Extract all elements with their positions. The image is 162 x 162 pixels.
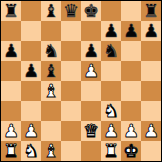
piece-white-pawn[interactable]: ♟: [103, 121, 119, 141]
piece-black-bishop[interactable]: ♝: [43, 1, 59, 21]
square-b3[interactable]: [21, 101, 41, 121]
square-e2[interactable]: ♛: [81, 121, 101, 141]
square-d4[interactable]: [61, 81, 81, 101]
square-g4[interactable]: [121, 81, 141, 101]
piece-white-king[interactable]: ♚: [123, 141, 139, 161]
square-e1[interactable]: [81, 141, 101, 161]
square-g5[interactable]: [121, 61, 141, 81]
square-h6[interactable]: [141, 41, 161, 61]
square-c8[interactable]: ♝: [41, 1, 61, 21]
square-f7[interactable]: ♟: [101, 21, 121, 41]
piece-white-rook[interactable]: ♜: [103, 141, 119, 161]
piece-black-rook[interactable]: ♜: [3, 1, 19, 21]
piece-white-pawn[interactable]: ♟: [143, 121, 159, 141]
square-h8[interactable]: ♜: [141, 1, 161, 21]
piece-white-pawn[interactable]: ♟: [3, 121, 19, 141]
square-f2[interactable]: ♟: [101, 121, 121, 141]
square-a8[interactable]: ♜: [1, 1, 21, 21]
square-c6[interactable]: ♞: [41, 41, 61, 61]
piece-black-pawn[interactable]: ♟: [123, 21, 139, 41]
square-h3[interactable]: [141, 101, 161, 121]
square-g8[interactable]: [121, 1, 141, 21]
piece-black-knight[interactable]: ♞: [43, 41, 59, 61]
chess-board-frame: ♜♝♛♚♜♟♟♟♟♞♟♞♟♝♟♝♞♟♟♛♟♟♟♜♞♝♜♚: [0, 0, 162, 162]
square-c5[interactable]: ♝: [41, 61, 61, 81]
square-h2[interactable]: ♟: [141, 121, 161, 141]
piece-black-pawn[interactable]: ♟: [23, 61, 39, 81]
piece-white-pawn[interactable]: ♟: [123, 121, 139, 141]
square-a5[interactable]: [1, 61, 21, 81]
piece-black-queen[interactable]: ♛: [63, 1, 79, 21]
piece-black-bishop[interactable]: ♝: [43, 61, 59, 81]
square-c4[interactable]: ♝: [41, 81, 61, 101]
square-e6[interactable]: ♟: [81, 41, 101, 61]
square-h1[interactable]: [141, 141, 161, 161]
square-c3[interactable]: [41, 101, 61, 121]
piece-black-knight[interactable]: ♞: [103, 41, 119, 61]
piece-white-pawn[interactable]: ♟: [83, 61, 99, 81]
square-h5[interactable]: [141, 61, 161, 81]
square-a1[interactable]: ♜: [1, 141, 21, 161]
piece-white-rook[interactable]: ♜: [3, 141, 19, 161]
square-f8[interactable]: [101, 1, 121, 21]
chess-board: ♜♝♛♚♜♟♟♟♟♞♟♞♟♝♟♝♞♟♟♛♟♟♟♜♞♝♜♚: [1, 1, 161, 161]
piece-white-bishop[interactable]: ♝: [43, 141, 59, 161]
square-b8[interactable]: [21, 1, 41, 21]
square-a4[interactable]: [1, 81, 21, 101]
square-a2[interactable]: ♟: [1, 121, 21, 141]
square-g3[interactable]: [121, 101, 141, 121]
piece-black-pawn[interactable]: ♟: [103, 21, 119, 41]
square-e3[interactable]: [81, 101, 101, 121]
square-b2[interactable]: ♟: [21, 121, 41, 141]
piece-white-pawn[interactable]: ♟: [23, 121, 39, 141]
piece-white-knight[interactable]: ♞: [103, 101, 119, 121]
square-d3[interactable]: [61, 101, 81, 121]
square-d6[interactable]: [61, 41, 81, 61]
square-b6[interactable]: [21, 41, 41, 61]
square-c2[interactable]: [41, 121, 61, 141]
square-d5[interactable]: [61, 61, 81, 81]
square-f1[interactable]: ♜: [101, 141, 121, 161]
square-f3[interactable]: ♞: [101, 101, 121, 121]
square-e8[interactable]: ♚: [81, 1, 101, 21]
piece-white-bishop[interactable]: ♝: [43, 81, 59, 101]
square-h7[interactable]: ♟: [141, 21, 161, 41]
square-d1[interactable]: [61, 141, 81, 161]
square-g6[interactable]: [121, 41, 141, 61]
piece-black-pawn[interactable]: ♟: [83, 41, 99, 61]
piece-white-queen[interactable]: ♛: [83, 121, 99, 141]
square-g7[interactable]: ♟: [121, 21, 141, 41]
square-b7[interactable]: [21, 21, 41, 41]
square-d7[interactable]: [61, 21, 81, 41]
square-d2[interactable]: [61, 121, 81, 141]
square-b1[interactable]: ♞: [21, 141, 41, 161]
square-e4[interactable]: [81, 81, 101, 101]
square-a7[interactable]: [1, 21, 21, 41]
square-b4[interactable]: [21, 81, 41, 101]
square-b5[interactable]: ♟: [21, 61, 41, 81]
square-e5[interactable]: ♟: [81, 61, 101, 81]
square-a6[interactable]: ♟: [1, 41, 21, 61]
piece-black-pawn[interactable]: ♟: [3, 41, 19, 61]
piece-black-rook[interactable]: ♜: [143, 1, 159, 21]
square-d8[interactable]: ♛: [61, 1, 81, 21]
square-f6[interactable]: ♞: [101, 41, 121, 61]
piece-black-king[interactable]: ♚: [83, 1, 99, 21]
square-f4[interactable]: [101, 81, 121, 101]
square-c7[interactable]: [41, 21, 61, 41]
square-f5[interactable]: [101, 61, 121, 81]
square-c1[interactable]: ♝: [41, 141, 61, 161]
piece-white-knight[interactable]: ♞: [23, 141, 39, 161]
square-g2[interactable]: ♟: [121, 121, 141, 141]
square-e7[interactable]: [81, 21, 101, 41]
square-a3[interactable]: [1, 101, 21, 121]
square-g1[interactable]: ♚: [121, 141, 141, 161]
piece-black-pawn[interactable]: ♟: [143, 21, 159, 41]
square-h4[interactable]: [141, 81, 161, 101]
